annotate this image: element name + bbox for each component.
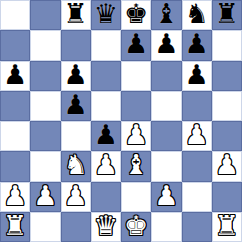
piece-black-pawn-c5[interactable]: ♟ [64, 91, 88, 120]
piece-black-king-e8[interactable]: ♚ [124, 0, 148, 29]
square-f2[interactable]: ♟ [151, 182, 181, 212]
square-h2[interactable] [212, 182, 242, 212]
square-e2[interactable] [121, 182, 151, 212]
piece-white-queen-d1[interactable]: ♛ [94, 212, 118, 241]
square-h1[interactable]: ♜ [212, 212, 242, 242]
piece-white-rook-h1[interactable]: ♜ [215, 212, 239, 241]
piece-black-knight-g8[interactable]: ♞ [185, 0, 209, 29]
square-f8[interactable]: ♝ [151, 0, 181, 30]
piece-white-pawn-h3[interactable]: ♟ [215, 151, 239, 180]
square-g3[interactable] [182, 151, 212, 181]
square-d5[interactable] [91, 91, 121, 121]
square-e4[interactable]: ♟ [121, 121, 151, 151]
square-d7[interactable] [91, 30, 121, 60]
square-e8[interactable]: ♚ [121, 0, 151, 30]
piece-white-pawn-b2[interactable]: ♟ [33, 182, 57, 211]
square-h7[interactable] [212, 30, 242, 60]
square-e3[interactable]: ♝ [121, 151, 151, 181]
square-e1[interactable]: ♚ [121, 212, 151, 242]
square-h4[interactable] [212, 121, 242, 151]
square-a6[interactable]: ♟ [0, 61, 30, 91]
square-b2[interactable]: ♟ [30, 182, 60, 212]
piece-black-queen-d8[interactable]: ♛ [94, 0, 118, 29]
square-b7[interactable] [30, 30, 60, 60]
piece-white-pawn-g4[interactable]: ♟ [185, 121, 209, 150]
square-d6[interactable] [91, 61, 121, 91]
piece-white-bishop-e3[interactable]: ♝ [124, 151, 148, 180]
square-h3[interactable]: ♟ [212, 151, 242, 181]
square-e7[interactable]: ♟ [121, 30, 151, 60]
piece-black-pawn-c6[interactable]: ♟ [64, 61, 88, 90]
chess-board: ♜♛♚♝♞♜♟♟♟♟♟♟♟♟♟♟♞♟♝♟♟♟♟♟♜♛♚♜ [0, 0, 242, 242]
square-c2[interactable]: ♟ [61, 182, 91, 212]
square-g6[interactable]: ♟ [182, 61, 212, 91]
square-b1[interactable] [30, 212, 60, 242]
square-f7[interactable]: ♟ [151, 30, 181, 60]
square-g5[interactable] [182, 91, 212, 121]
piece-white-pawn-f2[interactable]: ♟ [154, 182, 178, 211]
piece-white-pawn-d3[interactable]: ♟ [94, 151, 118, 180]
square-h6[interactable] [212, 61, 242, 91]
piece-white-pawn-e4[interactable]: ♟ [124, 121, 148, 150]
piece-black-pawn-g7[interactable]: ♟ [185, 30, 209, 59]
square-c4[interactable] [61, 121, 91, 151]
piece-black-pawn-g6[interactable]: ♟ [185, 61, 209, 90]
square-c8[interactable]: ♜ [61, 0, 91, 30]
piece-black-pawn-f7[interactable]: ♟ [154, 30, 178, 59]
square-e6[interactable] [121, 61, 151, 91]
square-d1[interactable]: ♛ [91, 212, 121, 242]
square-c7[interactable] [61, 30, 91, 60]
piece-white-knight-c3[interactable]: ♞ [64, 151, 88, 180]
square-a2[interactable]: ♟ [0, 182, 30, 212]
square-c1[interactable] [61, 212, 91, 242]
square-b5[interactable] [30, 91, 60, 121]
piece-white-pawn-c2[interactable]: ♟ [64, 182, 88, 211]
square-c5[interactable]: ♟ [61, 91, 91, 121]
square-f1[interactable] [151, 212, 181, 242]
piece-black-pawn-e7[interactable]: ♟ [124, 30, 148, 59]
piece-white-pawn-a2[interactable]: ♟ [3, 182, 27, 211]
square-a8[interactable] [0, 0, 30, 30]
square-g7[interactable]: ♟ [182, 30, 212, 60]
piece-white-rook-a1[interactable]: ♜ [3, 212, 27, 241]
piece-black-rook-h8[interactable]: ♜ [215, 0, 239, 29]
square-a4[interactable] [0, 121, 30, 151]
square-g4[interactable]: ♟ [182, 121, 212, 151]
square-h8[interactable]: ♜ [212, 0, 242, 30]
square-g1[interactable] [182, 212, 212, 242]
square-d3[interactable]: ♟ [91, 151, 121, 181]
square-b3[interactable] [30, 151, 60, 181]
square-b6[interactable] [30, 61, 60, 91]
square-d4[interactable]: ♟ [91, 121, 121, 151]
square-g2[interactable] [182, 182, 212, 212]
piece-white-king-e1[interactable]: ♚ [124, 212, 148, 241]
square-a3[interactable] [0, 151, 30, 181]
piece-black-pawn-a6[interactable]: ♟ [3, 61, 27, 90]
square-f6[interactable] [151, 61, 181, 91]
square-h5[interactable] [212, 91, 242, 121]
square-a5[interactable] [0, 91, 30, 121]
square-f4[interactable] [151, 121, 181, 151]
square-c6[interactable]: ♟ [61, 61, 91, 91]
square-b4[interactable] [30, 121, 60, 151]
square-g8[interactable]: ♞ [182, 0, 212, 30]
square-f3[interactable] [151, 151, 181, 181]
square-d2[interactable] [91, 182, 121, 212]
square-c3[interactable]: ♞ [61, 151, 91, 181]
piece-black-rook-c8[interactable]: ♜ [64, 0, 88, 29]
square-f5[interactable] [151, 91, 181, 121]
square-b8[interactable] [30, 0, 60, 30]
square-e5[interactable] [121, 91, 151, 121]
square-a7[interactable] [0, 30, 30, 60]
square-d8[interactable]: ♛ [91, 0, 121, 30]
piece-black-bishop-f8[interactable]: ♝ [154, 0, 178, 29]
piece-black-pawn-d4[interactable]: ♟ [94, 121, 118, 150]
square-a1[interactable]: ♜ [0, 212, 30, 242]
